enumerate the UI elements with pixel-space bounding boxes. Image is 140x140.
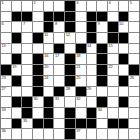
cell-3-9[interactable] [97, 33, 107, 43]
cell-6-11[interactable] [119, 65, 129, 75]
clue-number-32: 32 [76, 97, 80, 101]
cell-4-11[interactable] [119, 44, 129, 54]
cell-10-10[interactable] [108, 108, 118, 118]
clue-number-10: 10 [119, 22, 123, 26]
cell-7-5[interactable] [54, 76, 64, 86]
cell-2-3[interactable] [33, 22, 43, 32]
cell-5-4[interactable]: 16 [44, 54, 54, 64]
block-cell-1-6 [65, 12, 75, 22]
clue-number-2: 2 [34, 1, 36, 5]
cell-8-11[interactable] [119, 87, 129, 97]
clue-number-13: 13 [2, 44, 6, 48]
block-cell-5-11 [119, 54, 129, 64]
clue-number-24: 24 [44, 76, 48, 80]
cell-6-8[interactable] [87, 65, 97, 75]
cell-0-5[interactable] [54, 1, 64, 11]
block-cell-9-2 [22, 97, 32, 107]
block-cell-6-9 [97, 65, 107, 75]
block-cell-8-5 [54, 87, 64, 97]
cell-0-4[interactable] [44, 1, 54, 11]
cell-3-4[interactable]: 11 [44, 33, 54, 43]
cell-5-8[interactable] [87, 54, 97, 64]
block-cell-5-6 [65, 54, 75, 64]
cell-6-10[interactable]: 22 [108, 65, 118, 75]
cell-2-12[interactable] [129, 22, 139, 32]
cell-10-7[interactable] [76, 108, 86, 118]
clue-number-35: 35 [23, 119, 27, 123]
block-cell-11-3 [33, 119, 43, 129]
block-cell-11-6 [65, 119, 75, 129]
clue-number-5: 5 [130, 1, 132, 5]
cell-9-10[interactable] [108, 97, 118, 107]
clue-number-17: 17 [55, 54, 59, 58]
cell-7-7[interactable]: 25 [76, 76, 86, 86]
cell-1-3[interactable] [33, 12, 43, 22]
cell-12-7[interactable]: 37 [76, 129, 86, 139]
cell-1-10[interactable] [108, 12, 118, 22]
cell-1-0[interactable] [1, 12, 11, 22]
cell-3-12[interactable] [129, 33, 139, 43]
block-cell-11-8 [87, 119, 97, 129]
cell-4-6[interactable] [65, 44, 75, 54]
clue-number-14: 14 [87, 44, 91, 48]
cell-4-0[interactable]: 13 [1, 44, 11, 54]
cell-7-0[interactable]: 23 [1, 76, 11, 86]
cell-12-2[interactable] [22, 129, 32, 139]
cell-2-5[interactable]: 8 [54, 22, 64, 32]
block-cell-1-9 [97, 12, 107, 22]
clue-number-36: 36 [2, 129, 6, 133]
cell-7-12[interactable]: 26 [129, 76, 139, 86]
block-cell-3-10 [108, 33, 118, 43]
cell-12-1[interactable] [12, 129, 22, 139]
block-cell-5-9 [97, 54, 107, 64]
cell-3-6[interactable]: 12 [65, 33, 75, 43]
cell-4-8[interactable]: 14 [87, 44, 97, 54]
block-cell-11-7 [76, 119, 86, 129]
cell-3-5[interactable] [54, 33, 64, 43]
clue-number-31: 31 [55, 97, 59, 101]
cell-8-12[interactable] [129, 87, 139, 97]
cell-12-5[interactable] [54, 129, 64, 139]
cell-9-7[interactable]: 32 [76, 97, 86, 107]
cell-2-11[interactable]: 10 [119, 22, 129, 32]
cell-10-1[interactable] [12, 108, 22, 118]
cell-11-0[interactable] [1, 119, 11, 129]
cell-3-2[interactable] [22, 33, 32, 43]
block-cell-1-11 [119, 12, 129, 22]
block-cell-1-8 [87, 12, 97, 22]
cell-12-4[interactable] [44, 129, 54, 139]
cell-0-9[interactable] [97, 1, 107, 11]
clue-number-33: 33 [2, 108, 6, 112]
cell-8-8[interactable]: 29 [87, 87, 97, 97]
block-cell-3-3 [33, 33, 43, 43]
clue-number-6: 6 [2, 22, 4, 26]
cell-12-12[interactable] [129, 129, 139, 139]
cell-6-4[interactable]: 20 [44, 65, 54, 75]
block-cell-4-7 [76, 44, 86, 54]
clue-number-22: 22 [108, 65, 112, 69]
block-cell-7-3 [33, 76, 43, 86]
clue-number-20: 20 [44, 65, 48, 69]
cell-10-0[interactable]: 33 [1, 108, 11, 118]
clue-number-26: 26 [130, 76, 134, 80]
block-cell-8-7 [76, 87, 86, 97]
cell-3-7[interactable] [76, 33, 86, 43]
block-cell-11-11 [119, 119, 129, 129]
cell-9-8[interactable] [87, 97, 97, 107]
cell-2-7[interactable] [76, 22, 86, 32]
cell-2-2[interactable]: 7 [22, 22, 32, 32]
cell-7-4[interactable]: 24 [44, 76, 54, 86]
crossword-puzzle: 1234567891011121314151617181920212223242… [0, 0, 140, 140]
cell-6-1[interactable]: 19 [12, 65, 22, 75]
cell-4-1[interactable] [12, 44, 22, 54]
block-cell-11-4 [44, 119, 54, 129]
block-cell-2-4 [44, 22, 54, 32]
block-cell-9-1 [12, 97, 22, 107]
block-cell-1-2 [22, 12, 32, 22]
clue-number-1: 1 [2, 1, 4, 5]
block-cell-6-3 [33, 65, 43, 75]
cell-6-2[interactable] [22, 65, 32, 75]
cell-2-0[interactable]: 6 [1, 22, 11, 32]
cell-0-11[interactable] [119, 1, 129, 11]
cell-9-6[interactable] [65, 97, 75, 107]
cell-11-9[interactable] [97, 119, 107, 129]
crossword-grid: 1234567891011121314151617181920212223242… [0, 0, 140, 140]
cell-0-1[interactable] [12, 1, 22, 11]
cell-0-10[interactable]: 4 [108, 1, 118, 11]
block-cell-10-8 [87, 108, 97, 118]
cell-12-11[interactable] [119, 129, 129, 139]
clue-number-9: 9 [98, 22, 100, 26]
cell-8-6[interactable]: 28 [65, 87, 75, 97]
block-cell-6-12 [129, 65, 139, 75]
block-cell-6-6 [65, 65, 75, 75]
cell-4-10[interactable]: 15 [108, 44, 118, 54]
clue-number-3: 3 [76, 1, 78, 5]
cell-0-0[interactable]: 1 [1, 1, 11, 11]
cell-10-9[interactable]: 34 [97, 108, 107, 118]
block-cell-4-9 [97, 44, 107, 54]
cell-1-7[interactable] [76, 12, 86, 22]
cell-9-0[interactable] [1, 97, 11, 107]
block-cell-4-5 [54, 44, 64, 54]
block-cell-2-6 [65, 22, 75, 32]
block-cell-11-10 [108, 119, 118, 129]
cell-4-2[interactable] [22, 44, 32, 54]
cell-11-5[interactable] [54, 119, 64, 129]
clue-number-12: 12 [66, 33, 70, 37]
cell-5-10[interactable] [108, 54, 118, 64]
block-cell-7-6 [65, 76, 75, 86]
cell-0-2[interactable] [22, 1, 32, 11]
block-cell-0-6 [65, 1, 75, 11]
cell-6-7[interactable]: 21 [76, 65, 86, 75]
clue-number-27: 27 [2, 87, 6, 91]
cell-12-0[interactable]: 36 [1, 129, 11, 139]
clue-number-30: 30 [34, 97, 38, 101]
cell-8-9[interactable] [97, 87, 107, 97]
cell-0-7[interactable]: 3 [76, 1, 86, 11]
block-cell-9-4 [44, 97, 54, 107]
clue-number-19: 19 [12, 65, 16, 69]
cell-8-2[interactable] [22, 87, 32, 97]
cell-5-2[interactable] [22, 54, 32, 64]
cell-9-5[interactable]: 31 [54, 97, 64, 107]
cell-10-3[interactable] [33, 108, 43, 118]
block-cell-10-2 [22, 108, 32, 118]
cell-12-10[interactable] [108, 129, 118, 139]
block-cell-7-11 [119, 76, 129, 86]
clue-number-34: 34 [98, 108, 102, 112]
clue-number-21: 21 [76, 65, 80, 69]
cell-11-2[interactable]: 35 [22, 119, 32, 129]
cell-4-12[interactable] [129, 44, 139, 54]
cell-6-5[interactable] [54, 65, 64, 75]
block-cell-7-9 [97, 76, 107, 86]
cell-11-12[interactable] [129, 119, 139, 129]
cell-9-3[interactable]: 30 [33, 97, 43, 107]
clue-number-28: 28 [66, 87, 70, 91]
block-cell-9-11 [119, 97, 129, 107]
cell-7-10[interactable] [108, 76, 118, 86]
clue-number-11: 11 [44, 33, 48, 37]
cell-2-1[interactable] [12, 22, 22, 32]
cell-4-3[interactable] [33, 44, 43, 54]
clue-number-23: 23 [2, 76, 6, 80]
clue-number-37: 37 [76, 129, 80, 133]
cell-5-0[interactable] [1, 54, 11, 64]
cell-3-0[interactable] [1, 33, 11, 43]
clue-number-25: 25 [76, 76, 80, 80]
cell-7-2[interactable] [22, 76, 32, 86]
cell-5-5[interactable]: 17 [54, 54, 64, 64]
cell-8-10[interactable] [108, 87, 118, 97]
cell-10-11[interactable] [119, 108, 129, 118]
block-cell-7-1 [12, 76, 22, 86]
clue-number-7: 7 [23, 22, 25, 26]
cell-8-1[interactable] [12, 87, 22, 97]
block-cell-3-8 [87, 33, 97, 43]
cell-12-9[interactable] [97, 129, 107, 139]
block-cell-10-6 [65, 108, 75, 118]
cell-7-8[interactable] [87, 76, 97, 86]
block-cell-3-1 [12, 33, 22, 43]
clue-number-8: 8 [55, 22, 57, 26]
clue-number-4: 4 [108, 1, 110, 5]
cell-10-5[interactable] [54, 108, 64, 118]
block-cell-2-10 [108, 22, 118, 32]
cell-2-9[interactable]: 9 [97, 22, 107, 32]
block-cell-5-1 [12, 54, 22, 64]
block-cell-5-3 [33, 54, 43, 64]
cell-0-8[interactable] [87, 1, 97, 11]
cell-12-3[interactable] [33, 129, 43, 139]
block-cell-12-6 [65, 129, 75, 139]
clue-number-15: 15 [108, 44, 112, 48]
block-cell-9-9 [97, 97, 107, 107]
clue-number-29: 29 [87, 87, 91, 91]
block-cell-11-1 [12, 119, 22, 129]
block-cell-6-0 [1, 65, 11, 75]
block-cell-1-4 [44, 12, 54, 22]
cell-5-7[interactable]: 18 [76, 54, 86, 64]
cell-1-12[interactable] [129, 12, 139, 22]
block-cell-1-1 [12, 12, 22, 22]
cell-8-4[interactable] [44, 87, 54, 97]
cell-0-3[interactable]: 2 [33, 1, 43, 11]
block-cell-8-3 [33, 87, 43, 97]
block-cell-10-4 [44, 108, 54, 118]
cell-5-12[interactable] [129, 54, 139, 64]
block-cell-1-5 [54, 12, 64, 22]
block-cell-3-11 [119, 33, 129, 43]
clue-number-16: 16 [44, 54, 48, 58]
cell-10-12[interactable] [129, 108, 139, 118]
clue-number-18: 18 [76, 54, 80, 58]
cell-12-8[interactable] [87, 129, 97, 139]
cell-4-4[interactable] [44, 44, 54, 54]
cell-9-12[interactable] [129, 97, 139, 107]
cell-0-12[interactable]: 5 [129, 1, 139, 11]
block-cell-2-8 [87, 22, 97, 32]
cell-8-0[interactable]: 27 [1, 87, 11, 97]
